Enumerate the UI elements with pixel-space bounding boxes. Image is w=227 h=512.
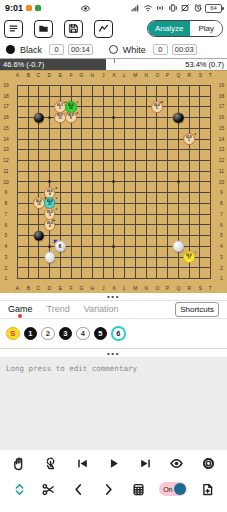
board-cell[interactable] [184, 101, 195, 112]
board-cell[interactable] [173, 273, 184, 284]
board-cell[interactable] [98, 198, 109, 209]
board-cell[interactable] [173, 230, 184, 241]
board-cell[interactable]: 45.9162 [55, 112, 66, 123]
board-cell[interactable] [109, 166, 120, 177]
board-cell[interactable] [195, 134, 206, 145]
board-cell[interactable] [33, 91, 44, 102]
board-cell[interactable] [87, 198, 98, 209]
board-cell[interactable] [98, 134, 109, 145]
board-cell[interactable] [119, 91, 130, 102]
board-cell[interactable]: 46.4213 [44, 198, 55, 209]
board-cell[interactable] [141, 134, 152, 145]
play-button[interactable] [105, 454, 123, 472]
board-cell[interactable] [44, 155, 55, 166]
panel-drag-handle-bottom[interactable]: ••• [0, 348, 227, 357]
board-cell[interactable] [66, 273, 77, 284]
board-cell[interactable] [55, 155, 66, 166]
board-cell[interactable] [141, 252, 152, 263]
board-cell[interactable] [33, 123, 44, 134]
board-cell[interactable] [23, 220, 34, 231]
board-cell[interactable] [23, 155, 34, 166]
board-cell[interactable] [66, 198, 77, 209]
board-cell[interactable] [44, 144, 55, 155]
board-cell[interactable] [33, 220, 44, 231]
board-cell[interactable] [23, 263, 34, 274]
board-cell[interactable] [76, 80, 87, 91]
board-cell[interactable] [12, 91, 23, 102]
board-cell[interactable] [109, 263, 120, 274]
board-cell[interactable] [162, 177, 173, 188]
board-cell[interactable] [195, 273, 206, 284]
graph-button[interactable] [94, 20, 113, 38]
board-cell[interactable] [119, 177, 130, 188]
board-cell[interactable] [162, 252, 173, 263]
board-cell[interactable] [109, 252, 120, 263]
board-cell[interactable] [141, 112, 152, 123]
move-chip-6[interactable]: 6 [111, 326, 126, 341]
board-cell[interactable] [87, 144, 98, 155]
folder-button[interactable] [34, 20, 53, 38]
save-button[interactable] [64, 20, 83, 38]
tree-button[interactable] [4, 20, 23, 38]
board-cell[interactable] [119, 166, 130, 177]
board-cell[interactable] [119, 112, 130, 123]
board-cell[interactable] [162, 187, 173, 198]
board-cell[interactable] [152, 123, 163, 134]
board-cell[interactable] [23, 144, 34, 155]
board-cell[interactable] [87, 230, 98, 241]
candidate-move-d6[interactable]: 45.4412 [44, 219, 56, 231]
board-cell[interactable] [195, 220, 206, 231]
tap-button[interactable] [42, 454, 60, 472]
board-cell[interactable] [205, 252, 216, 263]
board-cell[interactable]: 45.886 [66, 112, 77, 123]
board-cell[interactable] [130, 187, 141, 198]
board-cell[interactable] [87, 252, 98, 263]
board-cell[interactable] [109, 241, 120, 252]
board-cell[interactable] [33, 187, 44, 198]
board-cell[interactable] [141, 198, 152, 209]
panel-drag-handle-top[interactable]: ••• [0, 293, 227, 300]
board-cell[interactable] [173, 187, 184, 198]
board-cell[interactable] [162, 241, 173, 252]
board-cell[interactable] [205, 144, 216, 155]
board-cell[interactable] [119, 241, 130, 252]
board-cell[interactable] [87, 123, 98, 134]
commentary-area[interactable]: Long press to edit commentary [0, 357, 227, 450]
board-cell[interactable] [184, 198, 195, 209]
board-cell[interactable] [205, 263, 216, 274]
board-cell[interactable] [130, 230, 141, 241]
board-cell[interactable] [109, 123, 120, 134]
board-cell[interactable] [12, 263, 23, 274]
board-cell[interactable] [12, 80, 23, 91]
board-cell[interactable] [184, 155, 195, 166]
board-cell[interactable] [195, 101, 206, 112]
board-cell[interactable] [66, 123, 77, 134]
move-chip-3[interactable]: 3 [59, 327, 73, 341]
skip-next-button[interactable] [136, 454, 154, 472]
board-cell[interactable] [184, 209, 195, 220]
board-cell[interactable] [195, 91, 206, 102]
board-cell[interactable] [76, 252, 87, 263]
board-cell[interactable] [23, 80, 34, 91]
move-chip-5[interactable]: 5 [94, 327, 108, 341]
board-cell[interactable] [119, 273, 130, 284]
board-cell[interactable] [141, 144, 152, 155]
board-cell[interactable] [195, 177, 206, 188]
board-cell[interactable] [76, 155, 87, 166]
board-cell[interactable] [152, 187, 163, 198]
board-cell[interactable] [130, 166, 141, 177]
board-cell[interactable] [98, 263, 109, 274]
board-cell[interactable] [162, 155, 173, 166]
board-cell[interactable] [87, 263, 98, 274]
board-cell[interactable] [109, 209, 120, 220]
board-cell[interactable] [130, 177, 141, 188]
board-cell[interactable] [152, 177, 163, 188]
board-cell[interactable] [23, 112, 34, 123]
board-cell[interactable] [98, 177, 109, 188]
board-cell[interactable] [55, 177, 66, 188]
board-cell[interactable] [141, 101, 152, 112]
board-cell[interactable] [162, 166, 173, 177]
board-cell[interactable] [141, 241, 152, 252]
board-cell[interactable] [109, 80, 120, 91]
board-cell[interactable] [162, 230, 173, 241]
board-cell[interactable] [98, 80, 109, 91]
board-cell[interactable] [23, 134, 34, 145]
board-cell[interactable] [76, 144, 87, 155]
board-cell[interactable] [44, 273, 55, 284]
chevron-right-button[interactable] [99, 480, 117, 498]
board-cell[interactable] [55, 252, 66, 263]
board-cell[interactable] [184, 187, 195, 198]
board-cell[interactable]: 45.4412 [44, 220, 55, 231]
board-cell[interactable] [152, 144, 163, 155]
board-cell[interactable] [87, 273, 98, 284]
board-cell[interactable] [87, 220, 98, 231]
board-cell[interactable] [173, 91, 184, 102]
board-cell[interactable] [55, 144, 66, 155]
board-cell[interactable] [87, 80, 98, 91]
board-cell[interactable] [98, 91, 109, 102]
board-cell[interactable] [195, 252, 206, 263]
play-mode-button[interactable]: Play [190, 21, 222, 36]
board-cell[interactable] [152, 91, 163, 102]
board-cell[interactable] [130, 263, 141, 274]
board-cell[interactable] [33, 155, 44, 166]
board-cell[interactable] [205, 112, 216, 123]
board-cell[interactable] [162, 112, 173, 123]
board-cell[interactable] [55, 80, 66, 91]
board-cell[interactable] [130, 144, 141, 155]
board-cell[interactable] [152, 252, 163, 263]
board-cell[interactable] [205, 220, 216, 231]
board-cell[interactable] [33, 166, 44, 177]
board-cell[interactable] [173, 241, 184, 252]
board-cell[interactable] [119, 134, 130, 145]
candidate-move-f16[interactable]: 45.886 [65, 112, 77, 124]
board-cell[interactable] [130, 155, 141, 166]
board-cell[interactable] [184, 241, 195, 252]
board-cell[interactable] [173, 134, 184, 145]
board-cell[interactable] [76, 220, 87, 231]
board-cell[interactable] [162, 91, 173, 102]
board-cell[interactable] [162, 209, 173, 220]
board-cell[interactable] [205, 230, 216, 241]
board-cell[interactable] [66, 155, 77, 166]
board-cell[interactable] [23, 91, 34, 102]
file-add-button[interactable] [199, 480, 217, 498]
board-cell[interactable] [98, 166, 109, 177]
board-cell[interactable] [98, 144, 109, 155]
board-cell[interactable]: 6 [55, 241, 66, 252]
board-cell[interactable] [66, 220, 77, 231]
board-cell[interactable] [162, 220, 173, 231]
board-cell[interactable] [130, 198, 141, 209]
board-cell[interactable] [109, 101, 120, 112]
board-cell[interactable] [23, 241, 34, 252]
board-cell[interactable] [12, 155, 23, 166]
board-cell[interactable] [55, 134, 66, 145]
board-cell[interactable] [152, 155, 163, 166]
board-cell[interactable] [44, 101, 55, 112]
board-cell[interactable] [76, 209, 87, 220]
board-cell[interactable] [195, 209, 206, 220]
board-cell[interactable] [33, 134, 44, 145]
board-cell[interactable] [119, 155, 130, 166]
move-chip-4[interactable]: 4 [76, 327, 90, 341]
board-cell[interactable] [76, 91, 87, 102]
board-cell[interactable] [152, 166, 163, 177]
board-cell[interactable] [119, 220, 130, 231]
board-cell[interactable] [76, 134, 87, 145]
board-cell[interactable] [87, 177, 98, 188]
board-cell[interactable] [23, 273, 34, 284]
board-cell[interactable] [130, 220, 141, 231]
board-cell[interactable] [66, 144, 77, 155]
board-cell[interactable] [23, 177, 34, 188]
board-cell[interactable] [119, 230, 130, 241]
board-cell[interactable] [44, 80, 55, 91]
board-cell[interactable] [87, 241, 98, 252]
board-cell[interactable] [152, 198, 163, 209]
settings-button[interactable] [199, 454, 217, 472]
board-cell[interactable] [184, 263, 195, 274]
board-cell[interactable] [173, 198, 184, 209]
board-cell[interactable] [33, 80, 44, 91]
board-cell[interactable] [87, 134, 98, 145]
board-cell[interactable] [12, 166, 23, 177]
board-cell[interactable] [109, 230, 120, 241]
board-cell[interactable] [173, 263, 184, 274]
board-cell[interactable] [12, 123, 23, 134]
move-chip-2[interactable]: 2 [41, 327, 55, 341]
board-cell[interactable] [23, 187, 34, 198]
board-cell[interactable] [44, 134, 55, 145]
board-cell[interactable] [44, 123, 55, 134]
board-cell[interactable] [195, 198, 206, 209]
board-cell[interactable] [76, 166, 87, 177]
board-cell[interactable] [66, 187, 77, 198]
board-cell[interactable] [141, 230, 152, 241]
board-cell[interactable] [195, 80, 206, 91]
board-cell[interactable] [141, 80, 152, 91]
board-cell[interactable] [162, 101, 173, 112]
board-cell[interactable] [87, 166, 98, 177]
board-cell[interactable] [55, 166, 66, 177]
board-cell[interactable] [152, 209, 163, 220]
board-cell[interactable]: 46.4542 [66, 101, 77, 112]
board-cell[interactable] [152, 112, 163, 123]
board-cell[interactable] [119, 198, 130, 209]
board-cell[interactable] [162, 263, 173, 274]
move-chip-1[interactable]: 1 [24, 327, 38, 341]
board-cell[interactable] [205, 177, 216, 188]
board-cell[interactable] [12, 134, 23, 145]
board-cell[interactable] [109, 273, 120, 284]
board-cell[interactable] [33, 112, 44, 123]
tab-trend[interactable]: Trend [47, 303, 70, 317]
board-cell[interactable] [130, 80, 141, 91]
board-cell[interactable] [33, 144, 44, 155]
board-cell[interactable] [119, 263, 130, 274]
board-cell[interactable] [66, 80, 77, 91]
board-cell[interactable] [141, 123, 152, 134]
board-cell[interactable] [173, 209, 184, 220]
board-cell[interactable]: 46.4510 [152, 101, 163, 112]
candidate-move-o17[interactable]: 46.4510 [151, 101, 163, 113]
board-cell[interactable] [130, 91, 141, 102]
board-cell[interactable] [130, 273, 141, 284]
board-cell[interactable] [173, 80, 184, 91]
board-cell[interactable] [44, 252, 55, 263]
board-cell[interactable] [109, 91, 120, 102]
board-cell[interactable] [162, 198, 173, 209]
board-cell[interactable] [98, 112, 109, 123]
board-cell[interactable] [152, 134, 163, 145]
board-cell[interactable] [23, 166, 34, 177]
board-cell[interactable] [141, 263, 152, 274]
board-cell[interactable] [55, 123, 66, 134]
board-cell[interactable] [87, 209, 98, 220]
board-cell[interactable] [141, 209, 152, 220]
board-cell[interactable] [76, 177, 87, 188]
board-cell[interactable] [23, 123, 34, 134]
board-cell[interactable] [109, 155, 120, 166]
board-cell[interactable] [98, 241, 109, 252]
board-cell[interactable] [152, 273, 163, 284]
board-cell[interactable] [33, 241, 44, 252]
board-cell[interactable] [87, 155, 98, 166]
shortcuts-button[interactable]: Shortcuts [175, 302, 219, 317]
board-cell[interactable] [33, 209, 44, 220]
eye-button[interactable] [168, 454, 186, 472]
analyze-button[interactable]: Analyze [148, 21, 190, 36]
board-cell[interactable] [205, 209, 216, 220]
board-cell[interactable] [23, 230, 34, 241]
board-cell[interactable] [141, 91, 152, 102]
board-cell[interactable] [33, 252, 44, 263]
move-chip-s[interactable]: S [6, 327, 20, 341]
board-cell[interactable] [23, 101, 34, 112]
board-cell[interactable] [109, 112, 120, 123]
board-cell[interactable] [12, 198, 23, 209]
board-cell[interactable] [44, 91, 55, 102]
board-cell[interactable] [173, 123, 184, 134]
board-cell[interactable] [205, 80, 216, 91]
board-cell[interactable] [119, 144, 130, 155]
board-cell[interactable] [130, 101, 141, 112]
board-cell[interactable] [184, 220, 195, 231]
board-cell[interactable]: 45.695 [44, 209, 55, 220]
board-cell[interactable] [173, 101, 184, 112]
board-cell[interactable] [205, 273, 216, 284]
board-cell[interactable] [119, 252, 130, 263]
board-cell[interactable] [33, 177, 44, 188]
board-cell[interactable] [109, 187, 120, 198]
board-cell[interactable] [195, 166, 206, 177]
board-cell[interactable] [12, 209, 23, 220]
board-cell[interactable] [195, 241, 206, 252]
hand-button[interactable] [10, 454, 28, 472]
board-cell[interactable] [205, 187, 216, 198]
board-cell[interactable] [152, 263, 163, 274]
tab-variation[interactable]: Variation [84, 303, 119, 317]
board-cell[interactable] [98, 220, 109, 231]
board-cell[interactable] [205, 123, 216, 134]
board-cell[interactable] [162, 273, 173, 284]
board-cell[interactable] [130, 134, 141, 145]
board-cell[interactable] [55, 263, 66, 274]
board-cell[interactable] [76, 198, 87, 209]
board-cell[interactable] [23, 198, 34, 209]
board-cell[interactable] [66, 134, 77, 145]
board-cell[interactable] [184, 123, 195, 134]
unfold-button[interactable] [10, 480, 28, 498]
board-cell[interactable] [76, 123, 87, 134]
board-cell[interactable] [66, 252, 77, 263]
board-cell[interactable] [66, 91, 77, 102]
board-cell[interactable] [98, 273, 109, 284]
board-cell[interactable] [130, 209, 141, 220]
board-cell[interactable] [184, 166, 195, 177]
board-cell[interactable] [87, 187, 98, 198]
board-cell[interactable] [55, 220, 66, 231]
board-cell[interactable] [184, 112, 195, 123]
board-cell[interactable] [109, 198, 120, 209]
board-cell[interactable] [87, 112, 98, 123]
tab-game[interactable]: Game [8, 303, 33, 317]
board-cell[interactable] [55, 91, 66, 102]
board-cell[interactable] [130, 123, 141, 134]
board-cell[interactable] [66, 166, 77, 177]
board-cell[interactable] [195, 123, 206, 134]
board-cell[interactable] [12, 101, 23, 112]
candidate-move-r3[interactable]: 46.6771 [183, 251, 195, 263]
board-cell[interactable] [33, 273, 44, 284]
board-cell[interactable] [173, 177, 184, 188]
board-cell[interactable] [119, 123, 130, 134]
board-cell[interactable]: 45.839 [184, 134, 195, 145]
board-cell[interactable] [141, 273, 152, 284]
board-cell[interactable] [195, 230, 206, 241]
board-cell[interactable] [12, 252, 23, 263]
board-cell[interactable] [162, 80, 173, 91]
board-cell[interactable] [109, 144, 120, 155]
board-cell[interactable] [12, 177, 23, 188]
